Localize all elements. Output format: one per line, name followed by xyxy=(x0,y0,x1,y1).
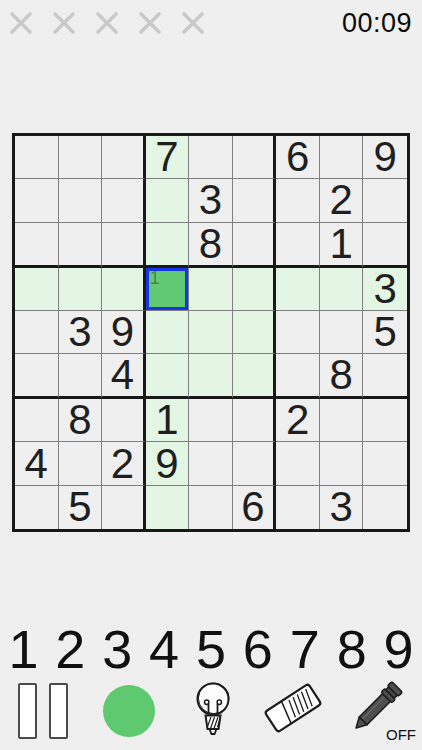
x-mark-icon xyxy=(94,10,120,36)
eraser-icon xyxy=(263,679,323,737)
cell-r4c5[interactable] xyxy=(189,268,233,311)
cell-r2c7[interactable] xyxy=(276,179,320,222)
mistakes-row xyxy=(8,10,206,36)
eraser-button[interactable] xyxy=(263,679,323,740)
cell-r1c3[interactable] xyxy=(102,136,146,179)
pencil-note: 1 xyxy=(150,269,160,287)
cell-r1c5[interactable] xyxy=(189,136,233,179)
numpad-4[interactable]: 4 xyxy=(141,618,188,680)
cell-r4c8[interactable] xyxy=(320,268,364,311)
cell-r6c1[interactable] xyxy=(15,354,59,399)
cell-r7c1[interactable] xyxy=(15,399,59,442)
x-mark-icon xyxy=(8,10,34,36)
cell-r9c4[interactable] xyxy=(146,486,190,529)
cell-r8c8[interactable] xyxy=(320,442,364,485)
cell-r4c7[interactable] xyxy=(276,268,320,311)
cell-r8c9[interactable] xyxy=(363,442,407,485)
x-mark-icon xyxy=(180,10,206,36)
cell-r7c8[interactable] xyxy=(320,399,364,442)
cell-r3c6[interactable] xyxy=(233,223,277,268)
cell-r3c8[interactable]: 1 xyxy=(320,223,364,268)
notes-state-label: OFF xyxy=(386,726,416,743)
cell-r4c1[interactable] xyxy=(15,268,59,311)
cell-r4c3[interactable] xyxy=(102,268,146,311)
cell-r7c7[interactable]: 2 xyxy=(276,399,320,442)
cell-r6c7[interactable] xyxy=(276,354,320,399)
cell-r7c2[interactable]: 8 xyxy=(59,399,103,442)
cell-r8c4[interactable]: 9 xyxy=(146,442,190,485)
cell-r2c9[interactable] xyxy=(363,179,407,222)
cell-r5c8[interactable] xyxy=(320,311,364,354)
cell-r2c5[interactable]: 3 xyxy=(189,179,233,222)
cell-r1c2[interactable] xyxy=(59,136,103,179)
cell-r2c6[interactable] xyxy=(233,179,277,222)
pause-button[interactable] xyxy=(18,683,68,739)
cell-r3c9[interactable] xyxy=(363,223,407,268)
numpad-7[interactable]: 7 xyxy=(281,618,328,680)
cell-r4c4[interactable]: 1 xyxy=(146,268,190,311)
numpad-8[interactable]: 8 xyxy=(328,618,375,680)
cell-r3c5[interactable]: 8 xyxy=(189,223,233,268)
cell-r2c8[interactable]: 2 xyxy=(320,179,364,222)
cell-r5c9[interactable]: 5 xyxy=(363,311,407,354)
cell-r3c7[interactable] xyxy=(276,223,320,268)
lightbulb-icon xyxy=(191,679,235,739)
cell-r9c5[interactable] xyxy=(189,486,233,529)
cell-r8c3[interactable]: 2 xyxy=(102,442,146,485)
cell-r1c1[interactable] xyxy=(15,136,59,179)
cell-r9c6[interactable]: 6 xyxy=(233,486,277,529)
cell-r9c8[interactable]: 3 xyxy=(320,486,364,529)
cell-r1c4[interactable]: 7 xyxy=(146,136,190,179)
cell-r3c3[interactable] xyxy=(102,223,146,268)
pause-icon xyxy=(18,683,37,739)
cell-r9c1[interactable] xyxy=(15,486,59,529)
cell-r3c2[interactable] xyxy=(59,223,103,268)
cell-r5c2[interactable]: 3 xyxy=(59,311,103,354)
x-mark-icon xyxy=(51,10,77,36)
cell-r5c6[interactable] xyxy=(233,311,277,354)
cell-r9c3[interactable] xyxy=(102,486,146,529)
cell-r3c1[interactable] xyxy=(15,223,59,268)
numpad-9[interactable]: 9 xyxy=(375,618,422,680)
sudoku-grid: 76932811339548812429563 xyxy=(12,133,410,532)
cell-r2c3[interactable] xyxy=(102,179,146,222)
cell-r5c1[interactable] xyxy=(15,311,59,354)
timer: 00:09 xyxy=(342,8,412,39)
x-mark-icon xyxy=(137,10,163,36)
cell-r8c1[interactable]: 4 xyxy=(15,442,59,485)
cell-r4c2[interactable] xyxy=(59,268,103,311)
hint-button[interactable] xyxy=(191,679,235,742)
cell-r5c7[interactable] xyxy=(276,311,320,354)
cell-r8c7[interactable] xyxy=(276,442,320,485)
cell-r3c4[interactable] xyxy=(146,223,190,268)
cell-r1c6[interactable] xyxy=(233,136,277,179)
cell-r9c2[interactable]: 5 xyxy=(59,486,103,529)
cell-r5c5[interactable] xyxy=(189,311,233,354)
cell-r6c8[interactable]: 8 xyxy=(320,354,364,399)
cell-r6c9[interactable] xyxy=(363,354,407,399)
cell-r7c3[interactable] xyxy=(102,399,146,442)
cell-r4c6[interactable] xyxy=(233,268,277,311)
cell-r6c3[interactable]: 4 xyxy=(102,354,146,399)
cell-r2c2[interactable] xyxy=(59,179,103,222)
cell-r8c5[interactable] xyxy=(189,442,233,485)
cell-r5c3[interactable]: 9 xyxy=(102,311,146,354)
cell-r7c9[interactable] xyxy=(363,399,407,442)
cell-r9c7[interactable] xyxy=(276,486,320,529)
cell-r1c8[interactable] xyxy=(320,136,364,179)
color-circle-button[interactable] xyxy=(103,685,155,737)
cell-r7c6[interactable] xyxy=(233,399,277,442)
numpad-3[interactable]: 3 xyxy=(94,618,141,680)
cell-r8c2[interactable] xyxy=(59,442,103,485)
cell-r2c4[interactable] xyxy=(146,179,190,222)
cell-r1c9[interactable]: 9 xyxy=(363,136,407,179)
cell-r7c5[interactable] xyxy=(189,399,233,442)
cell-r9c9[interactable] xyxy=(363,486,407,529)
cell-r6c6[interactable] xyxy=(233,354,277,399)
numpad-5[interactable]: 5 xyxy=(188,618,235,680)
numpad: 123456789 xyxy=(0,618,422,680)
cell-r2c1[interactable] xyxy=(15,179,59,222)
cell-r6c4[interactable] xyxy=(146,354,190,399)
numpad-6[interactable]: 6 xyxy=(234,618,281,680)
cell-r1c7[interactable]: 6 xyxy=(276,136,320,179)
cell-r8c6[interactable] xyxy=(233,442,277,485)
cell-r4c9[interactable]: 3 xyxy=(363,268,407,311)
cell-r6c2[interactable] xyxy=(59,354,103,399)
numpad-1[interactable]: 1 xyxy=(0,618,47,680)
cell-r7c4[interactable]: 1 xyxy=(146,399,190,442)
pause-icon xyxy=(49,683,68,739)
header: 00:09 xyxy=(0,0,422,46)
numpad-2[interactable]: 2 xyxy=(47,618,94,680)
cell-r6c5[interactable] xyxy=(189,354,233,399)
cell-r5c4[interactable] xyxy=(146,311,190,354)
